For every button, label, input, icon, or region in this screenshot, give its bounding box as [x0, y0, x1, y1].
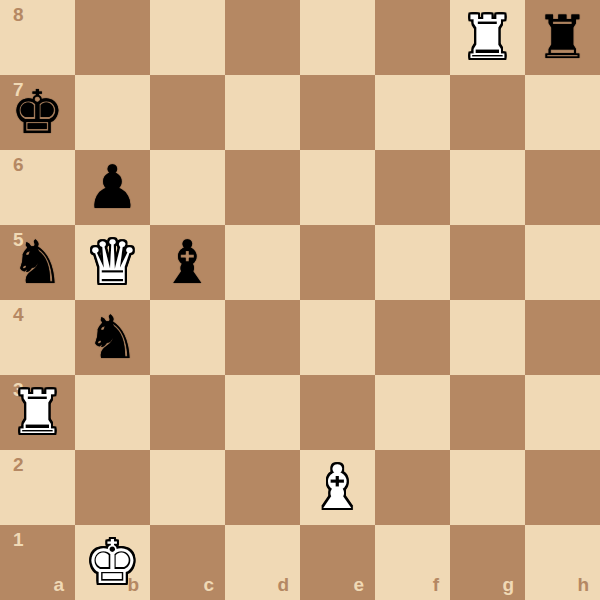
- white-rook[interactable]: ♜: [450, 0, 525, 75]
- file-label-a: a: [53, 574, 64, 596]
- square-c8[interactable]: [150, 0, 225, 75]
- square-c7[interactable]: [150, 75, 225, 150]
- square-h1[interactable]: h: [525, 525, 600, 600]
- square-h4[interactable]: [525, 300, 600, 375]
- square-d1[interactable]: d: [225, 525, 300, 600]
- square-e6[interactable]: [300, 150, 375, 225]
- square-g3[interactable]: [450, 375, 525, 450]
- square-d7[interactable]: [225, 75, 300, 150]
- square-f8[interactable]: [375, 0, 450, 75]
- white-queen[interactable]: ♛: [75, 225, 150, 300]
- square-a5[interactable]: 5♞: [0, 225, 75, 300]
- square-e7[interactable]: [300, 75, 375, 150]
- black-king[interactable]: ♚: [0, 75, 75, 150]
- file-label-g: g: [502, 574, 514, 596]
- square-d6[interactable]: [225, 150, 300, 225]
- file-label-f: f: [433, 574, 439, 596]
- black-knight[interactable]: ♞: [75, 300, 150, 375]
- square-e4[interactable]: [300, 300, 375, 375]
- square-e8[interactable]: [300, 0, 375, 75]
- square-h6[interactable]: [525, 150, 600, 225]
- square-f2[interactable]: [375, 450, 450, 525]
- black-pawn[interactable]: ♟: [75, 150, 150, 225]
- white-king[interactable]: ♚: [75, 525, 150, 600]
- square-d4[interactable]: [225, 300, 300, 375]
- square-g8[interactable]: ♜: [450, 0, 525, 75]
- black-rook[interactable]: ♜: [525, 0, 600, 75]
- square-f5[interactable]: [375, 225, 450, 300]
- square-g4[interactable]: [450, 300, 525, 375]
- white-bishop[interactable]: ♝: [300, 450, 375, 525]
- square-a3[interactable]: 3♜: [0, 375, 75, 450]
- square-c3[interactable]: [150, 375, 225, 450]
- square-d8[interactable]: [225, 0, 300, 75]
- file-label-e: e: [353, 574, 364, 596]
- square-e1[interactable]: e: [300, 525, 375, 600]
- square-b3[interactable]: [75, 375, 150, 450]
- square-g1[interactable]: g: [450, 525, 525, 600]
- file-label-d: d: [277, 574, 289, 596]
- square-g5[interactable]: [450, 225, 525, 300]
- square-e5[interactable]: [300, 225, 375, 300]
- square-b4[interactable]: ♞: [75, 300, 150, 375]
- square-g2[interactable]: [450, 450, 525, 525]
- rank-label-4: 4: [13, 304, 24, 326]
- white-rook[interactable]: ♜: [0, 375, 75, 450]
- black-knight[interactable]: ♞: [0, 225, 75, 300]
- square-f4[interactable]: [375, 300, 450, 375]
- square-c5[interactable]: ♝: [150, 225, 225, 300]
- square-a8[interactable]: 8: [0, 0, 75, 75]
- square-c1[interactable]: c: [150, 525, 225, 600]
- square-h5[interactable]: [525, 225, 600, 300]
- square-c4[interactable]: [150, 300, 225, 375]
- rank-label-6: 6: [13, 154, 24, 176]
- square-a2[interactable]: 2: [0, 450, 75, 525]
- rank-label-2: 2: [13, 454, 24, 476]
- square-h8[interactable]: ♜: [525, 0, 600, 75]
- square-b6[interactable]: ♟: [75, 150, 150, 225]
- square-b1[interactable]: b♚: [75, 525, 150, 600]
- file-label-h: h: [577, 574, 589, 596]
- square-c2[interactable]: [150, 450, 225, 525]
- square-h2[interactable]: [525, 450, 600, 525]
- square-d3[interactable]: [225, 375, 300, 450]
- square-e2[interactable]: ♝: [300, 450, 375, 525]
- square-a7[interactable]: 7♚: [0, 75, 75, 150]
- square-c6[interactable]: [150, 150, 225, 225]
- chess-board: 8♜♜7♚6♟5♞♛♝4♞3♜2♝1ab♚cdefgh: [0, 0, 600, 600]
- square-e3[interactable]: [300, 375, 375, 450]
- square-h7[interactable]: [525, 75, 600, 150]
- square-b7[interactable]: [75, 75, 150, 150]
- square-f6[interactable]: [375, 150, 450, 225]
- rank-label-8: 8: [13, 4, 24, 26]
- square-b8[interactable]: [75, 0, 150, 75]
- file-label-c: c: [203, 574, 214, 596]
- square-h3[interactable]: [525, 375, 600, 450]
- rank-label-1: 1: [13, 529, 24, 551]
- square-g6[interactable]: [450, 150, 525, 225]
- square-d5[interactable]: [225, 225, 300, 300]
- square-b2[interactable]: [75, 450, 150, 525]
- black-bishop[interactable]: ♝: [150, 225, 225, 300]
- square-a1[interactable]: 1a: [0, 525, 75, 600]
- square-f1[interactable]: f: [375, 525, 450, 600]
- square-b5[interactable]: ♛: [75, 225, 150, 300]
- square-a4[interactable]: 4: [0, 300, 75, 375]
- square-g7[interactable]: [450, 75, 525, 150]
- square-d2[interactable]: [225, 450, 300, 525]
- square-f7[interactable]: [375, 75, 450, 150]
- square-f3[interactable]: [375, 375, 450, 450]
- square-a6[interactable]: 6: [0, 150, 75, 225]
